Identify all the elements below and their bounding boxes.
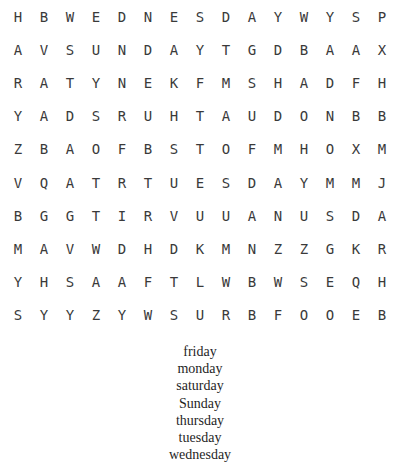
grid-cell[interactable]: N	[109, 33, 135, 66]
grid-cell[interactable]: W	[83, 232, 109, 265]
grid-cell[interactable]: M	[213, 232, 239, 265]
grid-cell[interactable]: F	[343, 66, 369, 99]
grid-cell[interactable]: S	[161, 133, 187, 166]
grid-cell[interactable]: W	[265, 266, 291, 299]
grid-cell[interactable]: S	[5, 299, 31, 332]
word-search-grid: HBWEDNESDAYWYSPAVSUNDAYTGDBAAXRATYNEKFMS…	[5, 0, 395, 332]
grid-cell[interactable]: A	[109, 266, 135, 299]
grid-cell[interactable]: I	[109, 199, 135, 232]
grid-cell[interactable]: Y	[317, 0, 343, 33]
grid-cell[interactable]: Y	[291, 166, 317, 199]
grid-cell[interactable]: S	[187, 0, 213, 33]
grid-cell[interactable]: O	[83, 133, 109, 166]
grid-cell[interactable]: H	[369, 66, 395, 99]
grid-cell[interactable]: S	[213, 166, 239, 199]
grid-cell[interactable]: H	[31, 266, 57, 299]
grid-cell[interactable]: Q	[343, 266, 369, 299]
grid-cell[interactable]: E	[317, 266, 343, 299]
grid-cell[interactable]: A	[213, 100, 239, 133]
grid-cell[interactable]: A	[239, 0, 265, 33]
word-list-item: thursday	[176, 412, 224, 429]
grid-cell[interactable]: U	[83, 33, 109, 66]
grid-cell[interactable]: V	[57, 232, 83, 265]
grid-cell[interactable]: R	[109, 166, 135, 199]
grid-cell[interactable]: X	[343, 133, 369, 166]
grid-cell[interactable]: V	[161, 199, 187, 232]
grid-cell[interactable]: T	[213, 33, 239, 66]
grid-cell[interactable]: N	[239, 232, 265, 265]
grid-cell[interactable]: R	[135, 199, 161, 232]
grid-cell[interactable]: B	[239, 299, 265, 332]
grid-cell[interactable]: N	[109, 66, 135, 99]
grid-cell[interactable]: B	[343, 100, 369, 133]
grid-cell[interactable]: J	[369, 166, 395, 199]
grid-cell[interactable]: B	[369, 100, 395, 133]
grid-cell[interactable]: H	[135, 232, 161, 265]
grid-cell[interactable]: G	[57, 199, 83, 232]
grid-cell[interactable]: V	[31, 33, 57, 66]
grid-cell[interactable]: A	[5, 33, 31, 66]
grid-cell[interactable]: N	[135, 0, 161, 33]
grid-cell[interactable]: Y	[5, 266, 31, 299]
grid-cell[interactable]: Y	[5, 100, 31, 133]
grid-cell[interactable]: G	[239, 33, 265, 66]
grid-cell[interactable]: F	[135, 266, 161, 299]
grid-cell[interactable]: R	[213, 299, 239, 332]
grid-cell[interactable]: U	[187, 299, 213, 332]
grid-cell[interactable]: B	[5, 199, 31, 232]
grid-cell[interactable]: D	[265, 100, 291, 133]
grid-cell[interactable]: H	[291, 133, 317, 166]
grid-cell[interactable]: D	[343, 199, 369, 232]
grid-cell[interactable]: Y	[57, 299, 83, 332]
grid-cell[interactable]: G	[317, 232, 343, 265]
grid-cell[interactable]: U	[135, 100, 161, 133]
grid-cell[interactable]: B	[369, 299, 395, 332]
grid-cell[interactable]: W	[291, 0, 317, 33]
word-list-item: Sunday	[179, 395, 221, 412]
grid-cell[interactable]: G	[31, 199, 57, 232]
grid-cell[interactable]: R	[109, 100, 135, 133]
grid-cell[interactable]: A	[31, 100, 57, 133]
grid-cell[interactable]: M	[213, 66, 239, 99]
grid-cell[interactable]: M	[5, 232, 31, 265]
grid-cell[interactable]: S	[57, 33, 83, 66]
grid-cell[interactable]: M	[317, 166, 343, 199]
grid-cell[interactable]: U	[291, 199, 317, 232]
grid-cell[interactable]: B	[135, 133, 161, 166]
grid-cell[interactable]: F	[239, 133, 265, 166]
grid-cell[interactable]: S	[291, 266, 317, 299]
grid-cell[interactable]: K	[187, 232, 213, 265]
grid-cell[interactable]: U	[239, 100, 265, 133]
grid-cell[interactable]: A	[57, 166, 83, 199]
word-list-item: monday	[177, 360, 222, 377]
grid-cell[interactable]: E	[343, 299, 369, 332]
grid-cell[interactable]: X	[369, 33, 395, 66]
grid-cell[interactable]: T	[161, 266, 187, 299]
grid-cell[interactable]: T	[83, 166, 109, 199]
grid-cell[interactable]: A	[343, 33, 369, 66]
word-list-item: saturday	[176, 377, 223, 394]
grid-cell[interactable]: W	[57, 0, 83, 33]
grid-cell[interactable]: Z	[265, 232, 291, 265]
grid-cell[interactable]: F	[187, 66, 213, 99]
word-search-page: HBWEDNESDAYWYSPAVSUNDAYTGDBAAXRATYNEKFMS…	[0, 0, 400, 471]
grid-cell[interactable]: D	[57, 100, 83, 133]
grid-cell[interactable]: H	[265, 66, 291, 99]
grid-cell[interactable]: Z	[83, 299, 109, 332]
grid-cell[interactable]: A	[369, 199, 395, 232]
grid-cell[interactable]: A	[317, 33, 343, 66]
grid-cell[interactable]: B	[31, 133, 57, 166]
grid-cell[interactable]: A	[291, 66, 317, 99]
grid-cell[interactable]: Y	[83, 66, 109, 99]
grid-cell[interactable]: O	[317, 133, 343, 166]
grid-cell[interactable]: D	[135, 33, 161, 66]
grid-cell[interactable]: A	[57, 133, 83, 166]
grid-cell[interactable]: U	[213, 199, 239, 232]
grid-cell[interactable]: Z	[5, 133, 31, 166]
grid-cell[interactable]: R	[369, 232, 395, 265]
grid-cell[interactable]: E	[187, 166, 213, 199]
grid-cell[interactable]: U	[161, 166, 187, 199]
grid-cell[interactable]: A	[31, 232, 57, 265]
grid-cell[interactable]: B	[31, 0, 57, 33]
grid-cell[interactable]: T	[135, 166, 161, 199]
grid-cell[interactable]: A	[161, 33, 187, 66]
grid-cell[interactable]: S	[83, 100, 109, 133]
grid-cell[interactable]: F	[109, 133, 135, 166]
grid-cell[interactable]: Y	[109, 299, 135, 332]
grid-cell[interactable]: M	[265, 133, 291, 166]
grid-cell[interactable]: B	[239, 266, 265, 299]
grid-cell[interactable]: M	[369, 133, 395, 166]
grid-cell[interactable]: Z	[291, 232, 317, 265]
word-list-item: tuesday	[179, 429, 222, 446]
grid-cell[interactable]: A	[239, 199, 265, 232]
grid-cell[interactable]: K	[161, 66, 187, 99]
grid-cell[interactable]: Y	[265, 0, 291, 33]
grid-cell[interactable]: H	[5, 0, 31, 33]
grid-cell[interactable]: B	[291, 33, 317, 66]
grid-cell[interactable]: F	[265, 299, 291, 332]
grid-cell[interactable]: M	[343, 166, 369, 199]
grid-cell[interactable]: L	[187, 266, 213, 299]
grid-cell[interactable]: P	[369, 0, 395, 33]
grid-cell[interactable]: D	[213, 0, 239, 33]
grid-cell[interactable]: S	[57, 266, 83, 299]
grid-cell[interactable]: S	[239, 66, 265, 99]
grid-cell[interactable]: K	[343, 232, 369, 265]
grid-cell[interactable]: O	[291, 299, 317, 332]
grid-cell[interactable]: O	[291, 100, 317, 133]
grid-cell[interactable]: O	[213, 133, 239, 166]
grid-cell[interactable]: W	[213, 266, 239, 299]
grid-cell[interactable]: D	[161, 232, 187, 265]
grid-cell[interactable]: E	[135, 66, 161, 99]
grid-cell[interactable]: S	[343, 0, 369, 33]
grid-cell[interactable]: H	[161, 100, 187, 133]
grid-cell[interactable]: O	[317, 299, 343, 332]
grid-cell[interactable]: D	[109, 0, 135, 33]
grid-cell[interactable]: U	[187, 199, 213, 232]
grid-cell[interactable]: Y	[31, 299, 57, 332]
grid-cell[interactable]: W	[135, 299, 161, 332]
grid-cell[interactable]: R	[5, 66, 31, 99]
grid-cell[interactable]: Q	[31, 166, 57, 199]
grid-cell[interactable]: D	[317, 66, 343, 99]
grid-cell[interactable]: A	[83, 266, 109, 299]
grid-cell[interactable]: N	[317, 100, 343, 133]
grid-cell[interactable]: T	[83, 199, 109, 232]
grid-cell[interactable]: E	[161, 0, 187, 33]
grid-cell[interactable]: D	[109, 232, 135, 265]
grid-cell[interactable]: E	[83, 0, 109, 33]
grid-cell[interactable]: D	[239, 166, 265, 199]
word-list-item: friday	[183, 343, 216, 360]
grid-cell[interactable]: T	[187, 133, 213, 166]
grid-cell[interactable]: S	[317, 199, 343, 232]
grid-cell[interactable]: V	[5, 166, 31, 199]
grid-cell[interactable]: D	[265, 33, 291, 66]
word-list-item: wednesday	[169, 446, 231, 463]
grid-cell[interactable]: Y	[187, 33, 213, 66]
grid-cell[interactable]: T	[57, 66, 83, 99]
grid-cell[interactable]: T	[187, 100, 213, 133]
grid-cell[interactable]: A	[265, 166, 291, 199]
grid-cell[interactable]: H	[369, 266, 395, 299]
grid-cell[interactable]: N	[265, 199, 291, 232]
grid-cell[interactable]: A	[31, 66, 57, 99]
grid-cell[interactable]: S	[161, 299, 187, 332]
word-list: fridaymondaysaturdaySundaythursdaytuesda…	[0, 343, 400, 463]
